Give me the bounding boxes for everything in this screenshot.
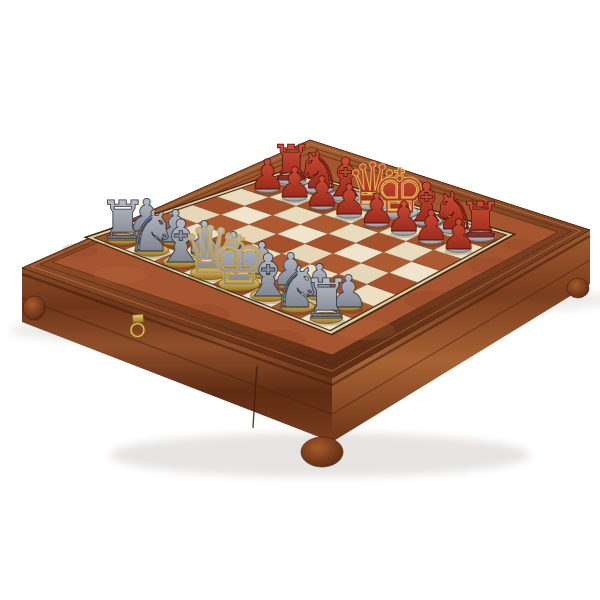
bun-foot-2	[301, 437, 343, 467]
bun-foot-1	[23, 296, 45, 320]
burl-figure	[62, 243, 98, 257]
chess-set-product-photo: ♜ ♞ ♟ ♝ ♟ ♛ ♟ ♚ ♟ ♝	[0, 0, 600, 600]
burl-figure	[254, 330, 306, 350]
piece-black-P-h7: ♟	[440, 210, 477, 259]
burl-figure	[504, 239, 536, 251]
burl-figure	[94, 266, 146, 284]
burl-figure	[170, 304, 230, 326]
piece-white-R-h1: ♜	[302, 267, 351, 331]
bun-foot-3	[567, 278, 589, 298]
burl-figure	[468, 257, 512, 273]
svg-text:♜: ♜	[302, 267, 351, 331]
burl-figure	[404, 291, 456, 309]
svg-text:♟: ♟	[440, 210, 477, 259]
chess-board-case: ♜ ♞ ♟ ♝ ♟ ♛ ♟ ♚ ♟ ♝	[0, 0, 600, 600]
